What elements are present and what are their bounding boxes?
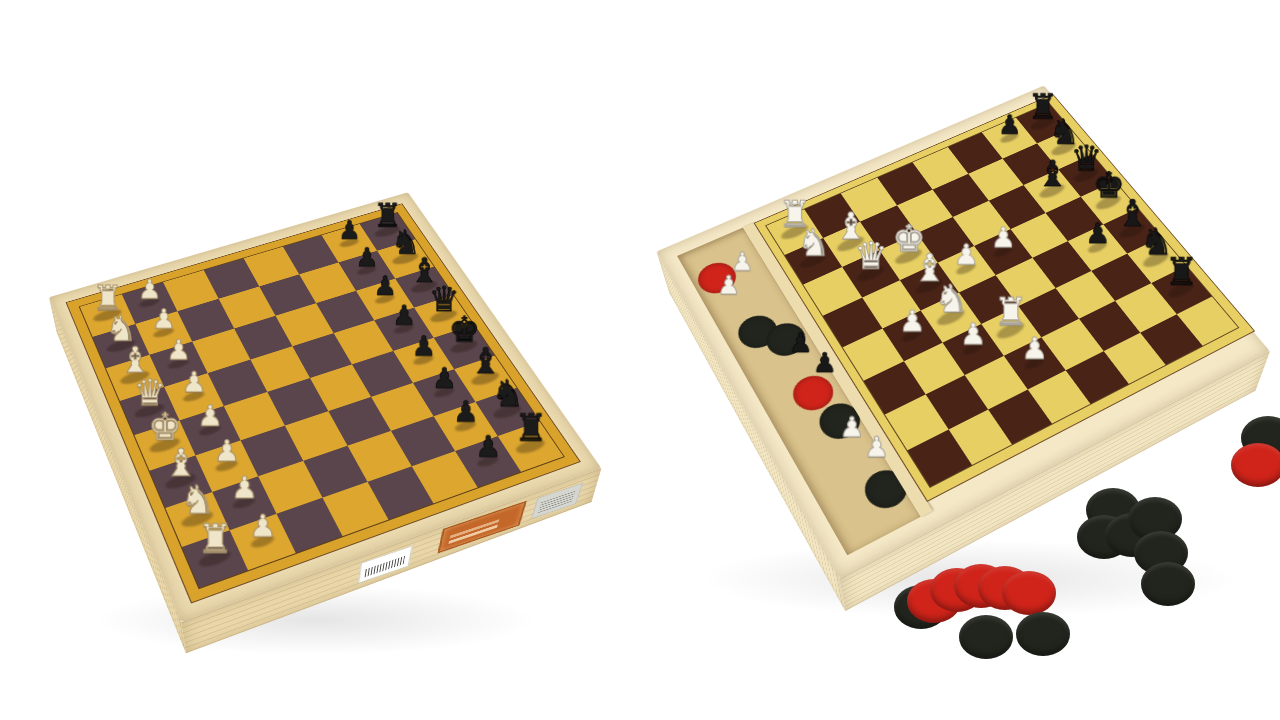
product-photo-stage: ♜♞♝♛♚♝♞♜♟♟♟♟♟♟♟♟♟♟♟♟♟♟♟♟♜♞♝♛♚♝♞♜ ♟♟♟♟♟♟ … xyxy=(0,0,1280,720)
white-pawn: ♟ xyxy=(138,277,162,304)
black-pawn: ♟ xyxy=(411,333,436,361)
black-pawn: ♟ xyxy=(392,302,416,329)
checker-black xyxy=(959,615,1013,659)
white-pawn: ♟ xyxy=(717,272,740,298)
checker-red xyxy=(1002,571,1056,615)
white-pawn: ♟ xyxy=(181,369,206,397)
black-pawn: ♟ xyxy=(453,398,479,427)
white-pawn: ♟ xyxy=(152,306,176,333)
checker-black xyxy=(1016,612,1070,656)
white-pawn: ♟ xyxy=(197,402,223,431)
black-pawn: ♟ xyxy=(813,349,837,376)
right-chess-checkers-box: ♟♟♟♟♟♟ ♜♞♝♛♚♝♞♜♟♟♟♟♟♜♞♛♚♝♞♜♟♝♟ xyxy=(657,86,1270,579)
white-pawn: ♟ xyxy=(249,511,277,542)
black-pawn: ♟ xyxy=(1085,220,1110,248)
white-pawn: ♟ xyxy=(991,224,1016,252)
black-rook: ♜ xyxy=(1165,253,1199,291)
white-pawn: ♟ xyxy=(231,473,258,503)
black-pawn: ♟ xyxy=(998,112,1022,138)
black-pawn: ♟ xyxy=(432,365,457,393)
white-knight: ♞ xyxy=(180,481,215,520)
white-knight: ♞ xyxy=(934,280,968,318)
black-rook: ♜ xyxy=(514,409,548,447)
white-pawn: ♟ xyxy=(899,307,926,337)
black-pawn: ♟ xyxy=(355,245,378,271)
left-box-top-frame: ♜♞♝♛♚♝♞♜♟♟♟♟♟♟♟♟♟♟♟♟♟♟♟♟♜♞♝♛♚♝♞♜ xyxy=(49,192,601,622)
right-box-top: ♟♟♟♟♟♟ ♜♞♝♛♚♝♞♜♟♟♟♟♟♜♞♛♚♝♞♜♟♝♟ xyxy=(657,86,1270,579)
white-rook: ♜ xyxy=(994,293,1029,332)
black-pawn: ♟ xyxy=(338,218,361,244)
checker-red xyxy=(1231,443,1280,487)
checker-black xyxy=(1141,562,1195,606)
square xyxy=(903,342,964,394)
white-pawn: ♟ xyxy=(960,320,987,350)
white-pawn: ♟ xyxy=(954,241,980,270)
left-chess-box: ♜♞♝♛♚♝♞♜♟♟♟♟♟♟♟♟♟♟♟♟♟♟♟♟♜♞♝♛♚♝♞♜ xyxy=(49,192,601,622)
white-pawn: ♟ xyxy=(864,433,889,461)
black-pawn: ♟ xyxy=(373,273,397,300)
black-pawn: ♟ xyxy=(475,433,501,463)
black-bishop: ♝ xyxy=(1036,156,1068,192)
white-pawn: ♟ xyxy=(1021,334,1048,364)
black-pawn: ♟ xyxy=(789,329,813,356)
white-knight: ♞ xyxy=(797,224,830,261)
white-pawn: ♟ xyxy=(166,337,191,365)
white-rook: ♜ xyxy=(197,519,233,559)
white-queen: ♛ xyxy=(854,237,888,274)
white-pawn: ♟ xyxy=(839,413,864,441)
white-pawn: ♟ xyxy=(214,437,241,467)
